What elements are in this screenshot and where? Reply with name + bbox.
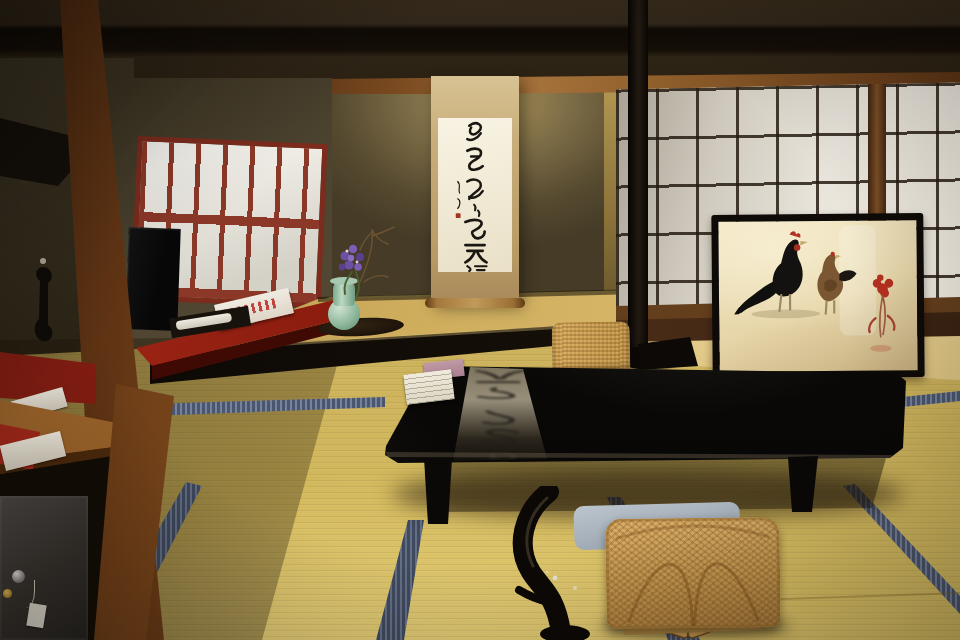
- television: [125, 227, 181, 331]
- rooster-painting: [718, 220, 917, 372]
- japanese-room-photo: [0, 0, 960, 640]
- scroll-roller-bar: [425, 298, 525, 308]
- key-tag: [26, 603, 46, 628]
- slender-pillar: [628, 0, 648, 364]
- rattan-chair-back: [605, 517, 780, 629]
- flowers-and-branches: [316, 222, 408, 342]
- calligraphy-strokes: [447, 118, 503, 272]
- rooster-screen: [711, 213, 924, 379]
- guest-notepad: [403, 369, 454, 405]
- rear-rattan-chair: [552, 321, 631, 372]
- weave-pattern: [605, 517, 780, 629]
- scroll-paper: [438, 118, 512, 272]
- wall-telephone: [28, 256, 58, 352]
- safe-keyhole: [3, 589, 12, 598]
- hanging-scroll: [431, 76, 519, 302]
- ikebana-arrangement: [316, 222, 408, 342]
